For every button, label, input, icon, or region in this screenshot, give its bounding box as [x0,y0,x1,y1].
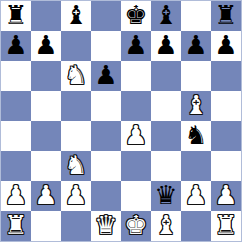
white-pawn: ♟ [4,182,27,208]
white-knight: ♞ [64,62,87,88]
square-d5[interactable] [91,91,121,121]
square-h3[interactable] [211,151,241,181]
square-g8[interactable] [181,1,211,31]
square-c3[interactable]: ♞ [61,151,91,181]
square-e2[interactable] [121,181,151,211]
square-a7[interactable]: ♟ [1,31,31,61]
square-d6[interactable]: ♟ [91,61,121,91]
square-c4[interactable] [61,121,91,151]
white-bishop: ♝ [154,212,177,238]
black-rook: ♜ [4,2,27,28]
black-knight: ♞ [184,122,207,148]
white-rook: ♜ [4,212,27,238]
black-bishop: ♝ [154,2,177,28]
black-king: ♚ [124,2,147,28]
white-king: ♚ [124,212,147,238]
square-h4[interactable] [211,121,241,151]
black-pawn: ♟ [4,32,27,58]
square-h2[interactable]: ♟ [211,181,241,211]
square-h5[interactable] [211,91,241,121]
black-pawn: ♟ [124,32,147,58]
square-c1[interactable] [61,211,91,241]
square-f6[interactable] [151,61,181,91]
square-c5[interactable] [61,91,91,121]
square-b7[interactable]: ♟ [31,31,61,61]
square-d4[interactable] [91,121,121,151]
square-h1[interactable]: ♜ [211,211,241,241]
square-e3[interactable] [121,151,151,181]
square-f5[interactable] [151,91,181,121]
white-pawn: ♟ [124,122,147,148]
square-d7[interactable] [91,31,121,61]
square-a4[interactable] [1,121,31,151]
square-d2[interactable] [91,181,121,211]
square-b3[interactable] [31,151,61,181]
square-f2[interactable]: ♛ [151,181,181,211]
square-a1[interactable]: ♜ [1,211,31,241]
square-e4[interactable]: ♟ [121,121,151,151]
square-a3[interactable] [1,151,31,181]
black-pawn: ♟ [154,32,177,58]
square-h7[interactable]: ♟ [211,31,241,61]
black-pawn: ♟ [214,32,237,58]
square-a5[interactable] [1,91,31,121]
black-bishop: ♝ [64,2,87,28]
square-g1[interactable] [181,211,211,241]
square-g6[interactable] [181,61,211,91]
square-b6[interactable] [31,61,61,91]
square-a2[interactable]: ♟ [1,181,31,211]
square-e5[interactable] [121,91,151,121]
square-e6[interactable] [121,61,151,91]
black-queen: ♛ [154,182,177,208]
white-pawn: ♟ [214,182,237,208]
square-h8[interactable]: ♜ [211,1,241,31]
square-e1[interactable]: ♚ [121,211,151,241]
square-f7[interactable]: ♟ [151,31,181,61]
white-pawn: ♟ [64,182,87,208]
square-f3[interactable] [151,151,181,181]
square-c2[interactable]: ♟ [61,181,91,211]
square-a6[interactable] [1,61,31,91]
square-f8[interactable]: ♝ [151,1,181,31]
square-h6[interactable] [211,61,241,91]
white-pawn: ♟ [184,182,207,208]
square-d8[interactable] [91,1,121,31]
square-f1[interactable]: ♝ [151,211,181,241]
square-b1[interactable] [31,211,61,241]
square-e7[interactable]: ♟ [121,31,151,61]
square-b5[interactable] [31,91,61,121]
square-e8[interactable]: ♚ [121,1,151,31]
white-rook: ♜ [214,212,237,238]
square-b8[interactable] [31,1,61,31]
white-knight: ♞ [64,152,87,178]
black-pawn: ♟ [34,32,57,58]
black-rook: ♜ [214,2,237,28]
square-d3[interactable] [91,151,121,181]
square-g3[interactable] [181,151,211,181]
square-c6[interactable]: ♞ [61,61,91,91]
chess-board: ♜♝♚♝♜♟♟♟♟♟♟♞♟♝♟♞♞♟♟♟♛♟♟♜♛♚♝♜ [0,0,242,242]
square-b2[interactable]: ♟ [31,181,61,211]
square-c8[interactable]: ♝ [61,1,91,31]
square-g4[interactable]: ♞ [181,121,211,151]
square-g2[interactable]: ♟ [181,181,211,211]
white-pawn: ♟ [34,182,57,208]
square-g5[interactable]: ♝ [181,91,211,121]
white-queen: ♛ [94,212,117,238]
black-pawn: ♟ [184,32,207,58]
square-d1[interactable]: ♛ [91,211,121,241]
black-pawn: ♟ [94,62,117,88]
square-g7[interactable]: ♟ [181,31,211,61]
square-b4[interactable] [31,121,61,151]
square-c7[interactable] [61,31,91,61]
square-a8[interactable]: ♜ [1,1,31,31]
square-f4[interactable] [151,121,181,151]
white-bishop: ♝ [184,92,207,118]
